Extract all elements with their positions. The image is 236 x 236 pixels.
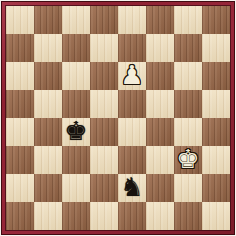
- square-f5[interactable]: [146, 90, 174, 118]
- square-g2[interactable]: [174, 174, 202, 202]
- black-knight[interactable]: ♞: [120, 174, 143, 201]
- square-g1[interactable]: [174, 202, 202, 230]
- square-d8[interactable]: [90, 6, 118, 34]
- square-d3[interactable]: [90, 146, 118, 174]
- square-a1[interactable]: [6, 202, 34, 230]
- square-d6[interactable]: [90, 62, 118, 90]
- square-b8[interactable]: [34, 6, 62, 34]
- black-king[interactable]: ♚: [64, 118, 87, 145]
- square-f6[interactable]: [146, 62, 174, 90]
- square-b6[interactable]: [34, 62, 62, 90]
- white-pawn[interactable]: ♟: [120, 62, 143, 89]
- square-b3[interactable]: [34, 146, 62, 174]
- square-e5[interactable]: [118, 90, 146, 118]
- square-b2[interactable]: [34, 174, 62, 202]
- square-e7[interactable]: [118, 34, 146, 62]
- square-e3[interactable]: [118, 146, 146, 174]
- square-e6[interactable]: ♟: [118, 62, 146, 90]
- white-king[interactable]: ♚: [176, 146, 199, 173]
- chess-board: ♟♚♚♞: [6, 6, 230, 230]
- square-b1[interactable]: [34, 202, 62, 230]
- square-c5[interactable]: [62, 90, 90, 118]
- square-c4[interactable]: ♚: [62, 118, 90, 146]
- square-g5[interactable]: [174, 90, 202, 118]
- square-a5[interactable]: [6, 90, 34, 118]
- square-e2[interactable]: ♞: [118, 174, 146, 202]
- square-a2[interactable]: [6, 174, 34, 202]
- square-f1[interactable]: [146, 202, 174, 230]
- square-e8[interactable]: [118, 6, 146, 34]
- square-a4[interactable]: [6, 118, 34, 146]
- square-b5[interactable]: [34, 90, 62, 118]
- square-h8[interactable]: [202, 6, 230, 34]
- square-h6[interactable]: [202, 62, 230, 90]
- square-f8[interactable]: [146, 6, 174, 34]
- square-h1[interactable]: [202, 202, 230, 230]
- square-c3[interactable]: [62, 146, 90, 174]
- square-g3[interactable]: ♚: [174, 146, 202, 174]
- square-a8[interactable]: [6, 6, 34, 34]
- square-c6[interactable]: [62, 62, 90, 90]
- square-g4[interactable]: [174, 118, 202, 146]
- square-f4[interactable]: [146, 118, 174, 146]
- square-d2[interactable]: [90, 174, 118, 202]
- square-d7[interactable]: [90, 34, 118, 62]
- square-g7[interactable]: [174, 34, 202, 62]
- square-g6[interactable]: [174, 62, 202, 90]
- square-c1[interactable]: [62, 202, 90, 230]
- square-d1[interactable]: [90, 202, 118, 230]
- square-g8[interactable]: [174, 6, 202, 34]
- square-f7[interactable]: [146, 34, 174, 62]
- chess-diagram: ♟♚♚♞: [0, 0, 236, 236]
- square-f2[interactable]: [146, 174, 174, 202]
- square-h5[interactable]: [202, 90, 230, 118]
- square-h4[interactable]: [202, 118, 230, 146]
- square-h7[interactable]: [202, 34, 230, 62]
- square-b7[interactable]: [34, 34, 62, 62]
- square-d5[interactable]: [90, 90, 118, 118]
- square-h3[interactable]: [202, 146, 230, 174]
- square-e4[interactable]: [118, 118, 146, 146]
- square-c8[interactable]: [62, 6, 90, 34]
- square-e1[interactable]: [118, 202, 146, 230]
- square-a3[interactable]: [6, 146, 34, 174]
- square-b4[interactable]: [34, 118, 62, 146]
- square-c7[interactable]: [62, 34, 90, 62]
- square-a6[interactable]: [6, 62, 34, 90]
- square-f3[interactable]: [146, 146, 174, 174]
- square-c2[interactable]: [62, 174, 90, 202]
- square-a7[interactable]: [6, 34, 34, 62]
- square-h2[interactable]: [202, 174, 230, 202]
- square-d4[interactable]: [90, 118, 118, 146]
